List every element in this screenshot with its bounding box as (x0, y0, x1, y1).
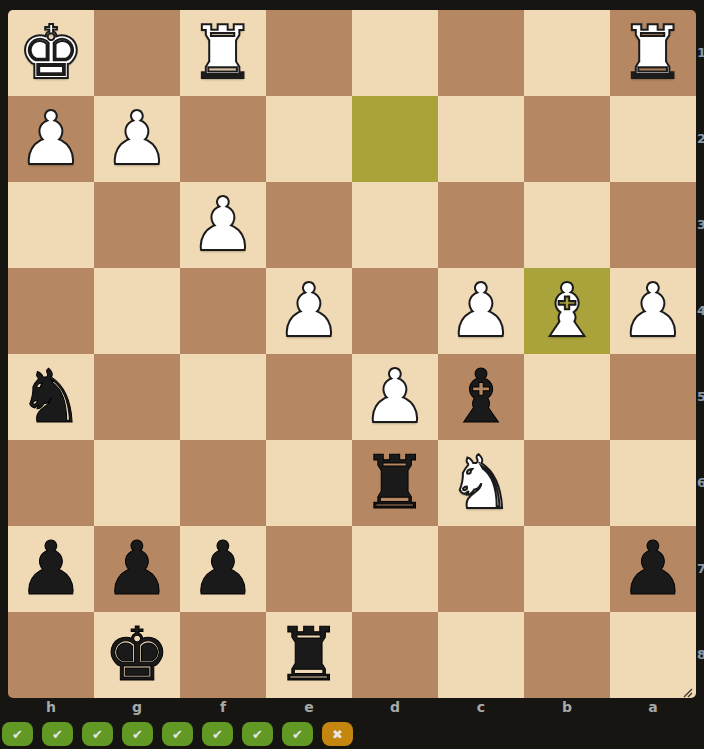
file-label-a: a (610, 697, 696, 717)
square-g6[interactable] (94, 440, 180, 526)
square-b3[interactable] (524, 182, 610, 268)
white-king[interactable]: ♚ (8, 10, 94, 96)
square-f3[interactable]: ♟ (180, 182, 266, 268)
square-e1[interactable] (266, 10, 352, 96)
square-c6[interactable]: ♞ (438, 440, 524, 526)
rank-label-4: 4 (697, 268, 704, 354)
square-h8[interactable] (8, 612, 94, 698)
square-d5[interactable]: ♟ (352, 354, 438, 440)
puzzle-result-badge-win[interactable]: ✔ (282, 722, 313, 746)
check-icon: ✔ (132, 727, 143, 742)
square-a6[interactable] (610, 440, 696, 526)
black-knight[interactable]: ♞ (8, 354, 94, 440)
puzzle-session-bar: ✔✔✔✔✔✔✔✔✖ (2, 722, 353, 746)
square-h2[interactable]: ♟ (8, 96, 94, 182)
square-f4[interactable] (180, 268, 266, 354)
puzzle-result-badge-win[interactable]: ✔ (202, 722, 233, 746)
square-a5[interactable] (610, 354, 696, 440)
puzzle-result-badge-fail[interactable]: ✖ (322, 722, 353, 746)
file-label-e: e (266, 697, 352, 717)
square-f7[interactable]: ♟ (180, 526, 266, 612)
square-e5[interactable] (266, 354, 352, 440)
square-b4[interactable]: ♝ (524, 268, 610, 354)
square-f6[interactable] (180, 440, 266, 526)
square-b5[interactable] (524, 354, 610, 440)
black-pawn[interactable]: ♟ (94, 526, 180, 612)
file-label-b: b (524, 697, 610, 717)
white-pawn[interactable]: ♟ (8, 96, 94, 182)
square-g8[interactable]: ♚ (94, 612, 180, 698)
square-c3[interactable] (438, 182, 524, 268)
square-f1[interactable]: ♜ (180, 10, 266, 96)
square-b6[interactable] (524, 440, 610, 526)
square-c2[interactable] (438, 96, 524, 182)
file-label-f: f (180, 697, 266, 717)
white-rook[interactable]: ♜ (180, 10, 266, 96)
square-a8[interactable] (610, 612, 696, 698)
square-a7[interactable]: ♟ (610, 526, 696, 612)
square-g4[interactable] (94, 268, 180, 354)
black-pawn[interactable]: ♟ (8, 526, 94, 612)
chess-board[interactable]: ♚♜♜♟♟♟♟♟♝♟♞♟♝♜♞♟♟♟♟♚♜ (8, 10, 696, 698)
white-pawn[interactable]: ♟ (610, 268, 696, 354)
square-h6[interactable] (8, 440, 94, 526)
square-h3[interactable] (8, 182, 94, 268)
board-resize-handle-icon[interactable] (682, 684, 694, 696)
rank-label-6: 6 (697, 440, 704, 526)
black-rook[interactable]: ♜ (266, 612, 352, 698)
check-icon: ✔ (172, 727, 183, 742)
white-rook[interactable]: ♜ (610, 10, 696, 96)
square-f5[interactable] (180, 354, 266, 440)
white-knight[interactable]: ♞ (438, 440, 524, 526)
check-icon: ✔ (92, 727, 103, 742)
square-a2[interactable] (610, 96, 696, 182)
white-pawn[interactable]: ♟ (94, 96, 180, 182)
puzzle-result-badge-win[interactable]: ✔ (242, 722, 273, 746)
file-label-g: g (94, 697, 180, 717)
square-a1[interactable]: ♜ (610, 10, 696, 96)
white-pawn[interactable]: ♟ (352, 354, 438, 440)
black-king[interactable]: ♚ (94, 612, 180, 698)
white-bishop[interactable]: ♝ (524, 268, 610, 354)
white-pawn[interactable]: ♟ (266, 268, 352, 354)
square-a3[interactable] (610, 182, 696, 268)
square-d2[interactable] (352, 96, 438, 182)
check-icon: ✔ (212, 727, 223, 742)
black-rook[interactable]: ♜ (352, 440, 438, 526)
black-pawn[interactable]: ♟ (180, 526, 266, 612)
square-g5[interactable] (94, 354, 180, 440)
square-c5[interactable]: ♝ (438, 354, 524, 440)
puzzle-result-badge-win[interactable]: ✔ (2, 722, 33, 746)
rank-label-7: 7 (697, 526, 704, 612)
square-b7[interactable] (524, 526, 610, 612)
rank-label-5: 5 (697, 354, 704, 440)
square-b1[interactable] (524, 10, 610, 96)
square-d1[interactable] (352, 10, 438, 96)
black-bishop[interactable]: ♝ (438, 354, 524, 440)
square-c7[interactable] (438, 526, 524, 612)
square-e3[interactable] (266, 182, 352, 268)
square-c4[interactable]: ♟ (438, 268, 524, 354)
white-pawn[interactable]: ♟ (438, 268, 524, 354)
square-c1[interactable] (438, 10, 524, 96)
file-coordinates: hgfedcba (8, 697, 696, 717)
square-b8[interactable] (524, 612, 610, 698)
check-icon: ✔ (292, 727, 303, 742)
x-icon: ✖ (332, 727, 343, 742)
square-h5[interactable]: ♞ (8, 354, 94, 440)
check-icon: ✔ (252, 727, 263, 742)
square-e6[interactable] (266, 440, 352, 526)
square-d8[interactable] (352, 612, 438, 698)
square-e8[interactable]: ♜ (266, 612, 352, 698)
square-e7[interactable] (266, 526, 352, 612)
file-label-h: h (8, 697, 94, 717)
rank-label-1: 1 (697, 10, 704, 96)
rank-label-2: 2 (697, 96, 704, 182)
puzzle-result-badge-win[interactable]: ✔ (122, 722, 153, 746)
square-d4[interactable] (352, 268, 438, 354)
square-d7[interactable] (352, 526, 438, 612)
square-c8[interactable] (438, 612, 524, 698)
puzzle-result-badge-win[interactable]: ✔ (162, 722, 193, 746)
check-icon: ✔ (52, 727, 63, 742)
rank-coordinates: 12345678 (697, 10, 704, 698)
file-label-d: d (352, 697, 438, 717)
square-h7[interactable]: ♟ (8, 526, 94, 612)
rank-label-8: 8 (697, 612, 704, 698)
square-a4[interactable]: ♟ (610, 268, 696, 354)
square-g1[interactable] (94, 10, 180, 96)
square-f8[interactable] (180, 612, 266, 698)
square-g2[interactable]: ♟ (94, 96, 180, 182)
white-pawn[interactable]: ♟ (180, 182, 266, 268)
square-e2[interactable] (266, 96, 352, 182)
black-pawn[interactable]: ♟ (610, 526, 696, 612)
square-g7[interactable]: ♟ (94, 526, 180, 612)
square-h4[interactable] (8, 268, 94, 354)
square-d6[interactable]: ♜ (352, 440, 438, 526)
puzzle-result-badge-win[interactable]: ✔ (82, 722, 113, 746)
rank-label-3: 3 (697, 182, 704, 268)
square-b2[interactable] (524, 96, 610, 182)
check-icon: ✔ (12, 727, 23, 742)
square-g3[interactable] (94, 182, 180, 268)
square-h1[interactable]: ♚ (8, 10, 94, 96)
square-f2[interactable] (180, 96, 266, 182)
square-d3[interactable] (352, 182, 438, 268)
square-e4[interactable]: ♟ (266, 268, 352, 354)
puzzle-result-badge-win[interactable]: ✔ (42, 722, 73, 746)
file-label-c: c (438, 697, 524, 717)
